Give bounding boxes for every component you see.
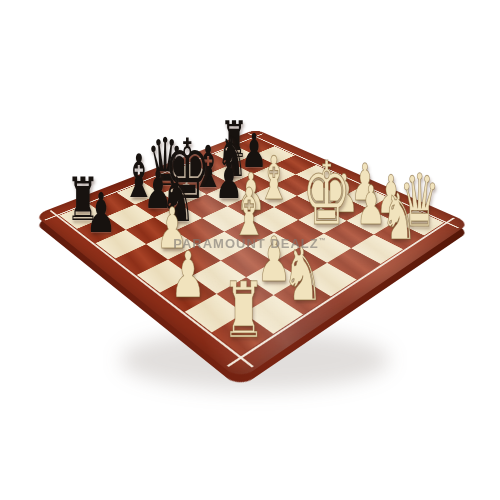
watermark: PARAMOUNT DEALZ™ bbox=[0, 236, 500, 251]
chess-board bbox=[34, 129, 469, 380]
watermark-tm: ™ bbox=[319, 237, 327, 244]
watermark-text: PARAMOUNT DEALZ bbox=[173, 236, 318, 251]
product-photo: ♜♝♛♜♟♟♚♝♞♟♞♟♟♟♝♝♟♚♟♟♟♟♟♜♞♞♛ PARAMOUNT DE… bbox=[0, 0, 500, 500]
